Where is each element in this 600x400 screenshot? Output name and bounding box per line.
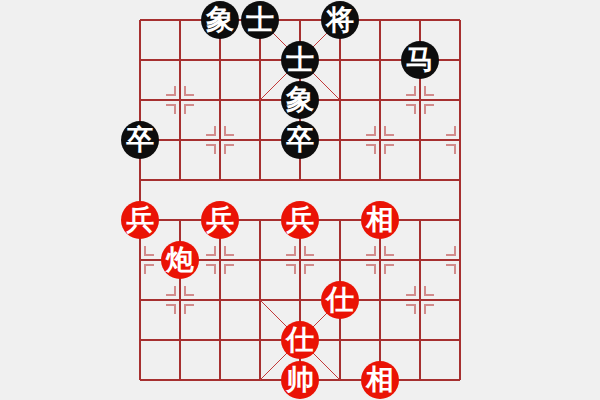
- piece-red-advisor[interactable]: 仕: [281, 321, 319, 359]
- piece-red-general[interactable]: 帅: [281, 361, 319, 399]
- piece-red-pawn[interactable]: 兵: [281, 201, 319, 239]
- xiangqi-diagram: 象士将士马象卒卒兵兵兵相炮仕仕帅相: [0, 0, 600, 400]
- piece-red-advisor[interactable]: 仕: [321, 281, 359, 319]
- pieces-layer: 象士将士马象卒卒兵兵兵相炮仕仕帅相: [0, 0, 600, 400]
- piece-black-elephant[interactable]: 象: [201, 1, 239, 39]
- piece-red-elephant[interactable]: 相: [361, 361, 399, 399]
- piece-red-cannon[interactable]: 炮: [161, 241, 199, 279]
- piece-red-elephant[interactable]: 相: [361, 201, 399, 239]
- piece-black-pawn[interactable]: 卒: [121, 121, 159, 159]
- piece-black-general[interactable]: 将: [321, 1, 359, 39]
- piece-red-pawn[interactable]: 兵: [121, 201, 159, 239]
- piece-black-advisor[interactable]: 士: [281, 41, 319, 79]
- piece-red-pawn[interactable]: 兵: [201, 201, 239, 239]
- piece-black-elephant[interactable]: 象: [281, 81, 319, 119]
- piece-black-pawn[interactable]: 卒: [281, 121, 319, 159]
- piece-black-horse[interactable]: 马: [401, 41, 439, 79]
- piece-black-advisor[interactable]: 士: [241, 1, 279, 39]
